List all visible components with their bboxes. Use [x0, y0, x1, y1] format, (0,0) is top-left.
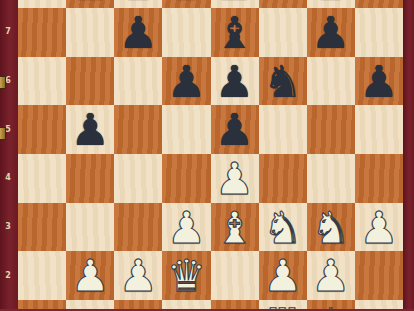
square-e4: ♟: [211, 154, 259, 203]
square-c3: [114, 203, 162, 252]
piece-white-queen-d2: ♛: [167, 252, 206, 301]
chess-diagram: ♜♝♛♜♚♟♝♟♟♟♞♟♟♟♟♟♝♞♞♟♟♟♛♟♟♜♚ 765432: [0, 0, 414, 311]
square-d2: ♛: [162, 251, 210, 300]
piece-white-knight-g3: ♞: [311, 204, 350, 253]
hinge-icon: [0, 76, 6, 89]
square-g7: ♟: [307, 8, 355, 57]
square-b3: [66, 203, 114, 252]
square-e6: ♟: [211, 57, 259, 106]
square-a7: [18, 8, 66, 57]
piece-black-knight-f6: ♞: [263, 58, 302, 107]
rank-label-3: 3: [0, 222, 16, 232]
square-f5: [259, 105, 307, 154]
square-c5: [114, 105, 162, 154]
square-c2: ♟: [114, 251, 162, 300]
square-a5: [18, 105, 66, 154]
square-d3: ♟: [162, 203, 210, 252]
piece-black-pawn-e6: ♟: [215, 58, 254, 107]
square-b8: ♜: [66, 0, 114, 8]
square-b7: [66, 8, 114, 57]
square-e5: ♟: [211, 105, 259, 154]
piece-white-pawn-g2: ♟: [311, 252, 350, 301]
square-f8: [259, 0, 307, 8]
piece-black-pawn-c7: ♟: [119, 9, 158, 58]
square-b5: ♟: [66, 105, 114, 154]
piece-white-pawn-h3: ♟: [359, 204, 398, 253]
rank-label-7: 7: [0, 27, 16, 37]
square-h8: [355, 0, 403, 8]
square-g6: [307, 57, 355, 106]
square-g2: ♟: [307, 251, 355, 300]
piece-black-pawn-g7: ♟: [311, 9, 350, 58]
square-e7: ♝: [211, 8, 259, 57]
board-frame-left: [0, 0, 18, 311]
square-d7: [162, 8, 210, 57]
square-h7: [355, 8, 403, 57]
square-a2: [18, 251, 66, 300]
square-d4: [162, 154, 210, 203]
square-d5: [162, 105, 210, 154]
rank-label-4: 4: [0, 173, 16, 183]
square-b6: [66, 57, 114, 106]
square-a4: [18, 154, 66, 203]
rank-label-2: 2: [0, 271, 16, 281]
piece-white-pawn-b2: ♟: [70, 252, 109, 301]
square-e3: ♝: [211, 203, 259, 252]
square-c7: ♟: [114, 8, 162, 57]
piece-black-pawn-e5: ♟: [215, 106, 254, 155]
square-h5: [355, 105, 403, 154]
square-b4: [66, 154, 114, 203]
piece-white-pawn-e4: ♟: [215, 155, 254, 204]
square-g4: [307, 154, 355, 203]
square-f6: ♞: [259, 57, 307, 106]
square-c4: [114, 154, 162, 203]
piece-white-knight-f3: ♞: [263, 204, 302, 253]
square-f2: ♟: [259, 251, 307, 300]
square-a3: [18, 203, 66, 252]
square-f3: ♞: [259, 203, 307, 252]
square-h4: [355, 154, 403, 203]
piece-black-pawn-b5: ♟: [70, 106, 109, 155]
square-a8: [18, 0, 66, 8]
square-c6: [114, 57, 162, 106]
board-frame-right: [403, 0, 414, 311]
square-a6: [18, 57, 66, 106]
square-b2: ♟: [66, 251, 114, 300]
square-g3: ♞: [307, 203, 355, 252]
square-d6: ♟: [162, 57, 210, 106]
chess-board: ♜♝♛♜♚♟♝♟♟♟♞♟♟♟♟♟♝♞♞♟♟♟♛♟♟♜♚: [18, 0, 403, 311]
hinge-icon: [0, 127, 6, 140]
piece-black-pawn-h6: ♟: [359, 58, 398, 107]
square-f4: [259, 154, 307, 203]
piece-white-pawn-f2: ♟: [263, 252, 302, 301]
piece-black-bishop-e7: ♝: [215, 9, 254, 58]
piece-white-pawn-c2: ♟: [119, 252, 158, 301]
piece-white-bishop-e3: ♝: [215, 204, 254, 253]
piece-white-pawn-d3: ♟: [167, 204, 206, 253]
square-f7: [259, 8, 307, 57]
square-g5: [307, 105, 355, 154]
square-h6: ♟: [355, 57, 403, 106]
square-h3: ♟: [355, 203, 403, 252]
piece-black-pawn-d6: ♟: [167, 58, 206, 107]
square-h2: [355, 251, 403, 300]
square-d8: ♛: [162, 0, 210, 8]
square-e2: [211, 251, 259, 300]
